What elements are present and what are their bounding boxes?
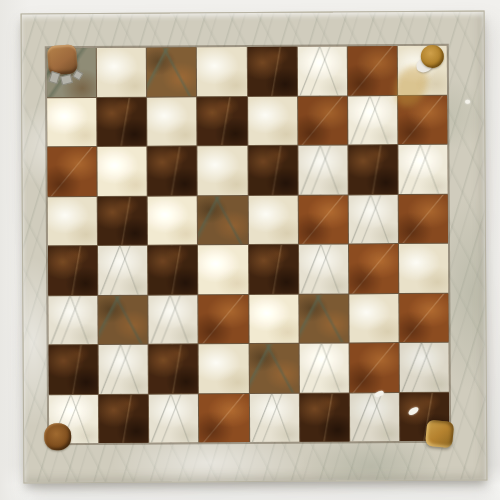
square-d4[interactable]: [198, 245, 247, 294]
square-h3[interactable]: [399, 293, 448, 342]
square-f2[interactable]: [299, 343, 348, 392]
square-f7[interactable]: [298, 96, 347, 145]
square-b8[interactable]: [97, 48, 146, 97]
square-d6[interactable]: [198, 146, 247, 195]
square-e5[interactable]: [248, 195, 297, 244]
square-g8[interactable]: [348, 46, 397, 95]
square-b4[interactable]: [98, 246, 147, 295]
square-d8[interactable]: [197, 47, 246, 96]
square-g6[interactable]: [348, 145, 397, 194]
square-e6[interactable]: [248, 146, 297, 195]
square-c4[interactable]: [148, 245, 197, 294]
square-f8[interactable]: [297, 46, 346, 95]
square-g5[interactable]: [348, 195, 397, 244]
square-e1[interactable]: [249, 393, 298, 442]
square-b3[interactable]: [98, 295, 147, 344]
chessboard: [21, 11, 488, 484]
square-f6[interactable]: [298, 145, 347, 194]
square-e2[interactable]: [249, 344, 298, 393]
square-f3[interactable]: [299, 294, 348, 343]
square-f4[interactable]: [299, 244, 348, 293]
square-e3[interactable]: [249, 294, 298, 343]
square-g2[interactable]: [349, 343, 398, 392]
square-a5[interactable]: [48, 196, 97, 245]
square-b5[interactable]: [98, 196, 147, 245]
brass-plate-bottom-right: [425, 420, 454, 449]
paint-speck: [465, 100, 470, 104]
square-b1[interactable]: [99, 394, 148, 443]
square-h5[interactable]: [399, 194, 448, 243]
square-c3[interactable]: [149, 295, 198, 344]
square-g3[interactable]: [349, 294, 398, 343]
square-c8[interactable]: [147, 47, 196, 96]
square-d3[interactable]: [199, 295, 248, 344]
square-g7[interactable]: [348, 96, 397, 145]
square-g4[interactable]: [349, 244, 398, 293]
square-a6[interactable]: [47, 147, 96, 196]
square-f5[interactable]: [298, 195, 347, 244]
square-b6[interactable]: [98, 147, 147, 196]
square-a2[interactable]: [49, 345, 98, 394]
square-a3[interactable]: [48, 295, 97, 344]
square-c7[interactable]: [147, 97, 196, 146]
square-d7[interactable]: [197, 97, 246, 146]
square-h6[interactable]: [398, 145, 447, 194]
photo-scene: [0, 0, 500, 500]
brass-peg-top-right: [421, 45, 444, 68]
square-g1[interactable]: [350, 393, 399, 442]
square-h2[interactable]: [399, 343, 448, 392]
square-f1[interactable]: [300, 393, 349, 442]
square-c1[interactable]: [149, 394, 198, 443]
square-d1[interactable]: [199, 394, 248, 443]
square-e8[interactable]: [247, 47, 296, 96]
square-c2[interactable]: [149, 344, 198, 393]
copper-disc-bottom-left: [44, 423, 71, 450]
square-e7[interactable]: [248, 96, 297, 145]
square-a7[interactable]: [47, 97, 96, 146]
square-e4[interactable]: [248, 245, 297, 294]
square-d5[interactable]: [198, 196, 247, 245]
square-d2[interactable]: [199, 344, 248, 393]
square-c5[interactable]: [148, 196, 197, 245]
square-c6[interactable]: [148, 146, 197, 195]
playing-area: [47, 46, 449, 443]
square-h4[interactable]: [399, 244, 448, 293]
square-b2[interactable]: [99, 345, 148, 394]
square-a4[interactable]: [48, 246, 97, 295]
square-b7[interactable]: [97, 97, 146, 146]
